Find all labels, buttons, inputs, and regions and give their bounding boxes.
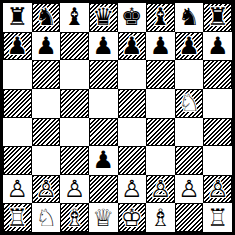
- rook-icon: ♜: [7, 5, 29, 29]
- square-b4[interactable]: [32, 118, 61, 147]
- square-d4[interactable]: [89, 118, 118, 147]
- pawn-icon: ♙: [207, 177, 229, 201]
- piece-white-pawn[interactable]: ♙♙: [118, 175, 147, 204]
- square-f7[interactable]: ♟: [146, 32, 175, 61]
- queen-icon: ♕: [92, 206, 114, 230]
- piece-white-pawn[interactable]: ♙♙: [33, 176, 60, 203]
- piece-white-knight[interactable]: ♞♘: [176, 90, 203, 117]
- square-c3[interactable]: [60, 146, 89, 175]
- pawn-icon: ♙: [7, 177, 29, 201]
- square-e7[interactable]: ♟: [118, 32, 147, 61]
- square-h8[interactable]: ♜: [203, 3, 232, 32]
- square-a2[interactable]: ♙♙: [3, 175, 32, 204]
- square-h3[interactable]: [203, 146, 232, 175]
- piece-black-pawn[interactable]: ♟: [89, 32, 118, 61]
- square-b7[interactable]: ♟: [32, 32, 61, 61]
- bishop-icon: ♗: [150, 206, 172, 230]
- pawn-icon: ♙: [35, 177, 57, 201]
- square-h2[interactable]: ♙♙: [203, 175, 232, 204]
- square-b6[interactable]: [32, 60, 61, 89]
- square-c6[interactable]: [60, 60, 89, 89]
- square-a4[interactable]: [3, 118, 32, 147]
- chess-board-frame: ♜♞♝♛♚♝♞♜♟♟♟♟♟♟♟♞♘♟♙♙♙♙♙♙♙♙♙♙♙♙♙♙♜♖♞♘♝♗♛♕…: [0, 0, 235, 235]
- square-g8[interactable]: ♞: [175, 3, 204, 32]
- square-a7[interactable]: ♟: [3, 32, 32, 61]
- piece-black-pawn[interactable]: ♟: [89, 146, 118, 175]
- square-g6[interactable]: [175, 60, 204, 89]
- piece-white-pawn[interactable]: ♙♙: [3, 175, 32, 204]
- square-f4[interactable]: [146, 118, 175, 147]
- square-a6[interactable]: [3, 60, 32, 89]
- piece-white-rook[interactable]: ♜♖: [4, 204, 31, 231]
- square-g1[interactable]: [175, 203, 204, 232]
- knight-icon: ♞: [35, 5, 57, 29]
- square-c1[interactable]: ♝♗: [60, 203, 89, 232]
- square-d5[interactable]: [89, 89, 118, 118]
- square-e5[interactable]: [118, 89, 147, 118]
- square-e6[interactable]: [118, 60, 147, 89]
- pawn-icon: ♟: [92, 148, 114, 172]
- square-g4[interactable]: [175, 118, 204, 147]
- square-b2[interactable]: ♙♙: [32, 175, 61, 204]
- square-b3[interactable]: [32, 146, 61, 175]
- rook-icon: ♜: [207, 5, 229, 29]
- square-a5[interactable]: [3, 89, 32, 118]
- rook-icon: ♖: [207, 206, 229, 230]
- piece-black-knight[interactable]: ♞: [175, 3, 204, 32]
- square-c4[interactable]: [60, 118, 89, 147]
- piece-white-rook[interactable]: ♜♖: [203, 203, 232, 232]
- pawn-icon: ♟: [150, 34, 172, 58]
- piece-white-knight[interactable]: ♞♘: [32, 203, 61, 232]
- king-icon: ♚: [121, 5, 143, 29]
- square-g5[interactable]: ♞♘: [175, 89, 204, 118]
- square-g7[interactable]: ♟: [175, 32, 204, 61]
- square-h7[interactable]: ♟: [203, 32, 232, 61]
- piece-white-pawn[interactable]: ♙♙: [60, 175, 89, 204]
- square-e3[interactable]: [118, 146, 147, 175]
- rook-icon: ♖: [7, 206, 29, 230]
- piece-black-pawn[interactable]: ♟: [146, 32, 175, 61]
- pawn-icon: ♟: [178, 34, 200, 58]
- piece-black-rook[interactable]: ♜: [204, 4, 231, 31]
- square-d8[interactable]: ♛: [89, 3, 118, 32]
- king-icon: ♔: [121, 206, 143, 230]
- bishop-icon: ♝: [64, 5, 86, 29]
- piece-white-bishop[interactable]: ♝♗: [61, 204, 88, 231]
- bishop-icon: ♝: [150, 5, 172, 29]
- square-f3[interactable]: [146, 146, 175, 175]
- piece-white-pawn[interactable]: ♙♙: [147, 176, 174, 203]
- square-e8[interactable]: ♚: [118, 3, 147, 32]
- square-b1[interactable]: ♞♘: [32, 203, 61, 232]
- piece-white-queen[interactable]: ♛♕: [89, 203, 118, 232]
- square-d6[interactable]: [89, 60, 118, 89]
- square-d7[interactable]: ♟: [89, 32, 118, 61]
- piece-white-bishop[interactable]: ♝♗: [146, 203, 175, 232]
- square-h6[interactable]: [203, 60, 232, 89]
- square-f6[interactable]: [146, 60, 175, 89]
- square-c8[interactable]: ♝: [60, 3, 89, 32]
- piece-white-pawn[interactable]: ♙♙: [175, 175, 204, 204]
- knight-icon: ♘: [178, 91, 200, 115]
- square-c2[interactable]: ♙♙: [60, 175, 89, 204]
- square-b5[interactable]: [32, 89, 61, 118]
- square-h5[interactable]: [203, 89, 232, 118]
- pawn-icon: ♟: [121, 34, 143, 58]
- piece-black-pawn[interactable]: ♟: [203, 32, 232, 61]
- square-g2[interactable]: ♙♙: [175, 175, 204, 204]
- square-c5[interactable]: [60, 89, 89, 118]
- knight-icon: ♘: [35, 206, 57, 230]
- piece-black-knight[interactable]: ♞: [33, 4, 60, 31]
- square-f1[interactable]: ♝♗: [146, 203, 175, 232]
- pawn-icon: ♟: [35, 34, 57, 58]
- pawn-icon: ♟: [207, 34, 229, 58]
- bishop-icon: ♗: [64, 206, 86, 230]
- pawn-icon: ♟: [7, 34, 29, 58]
- pawn-icon: ♙: [178, 177, 200, 201]
- piece-white-king[interactable]: ♚♔: [119, 204, 146, 231]
- piece-black-pawn[interactable]: ♟: [176, 33, 203, 60]
- square-f8[interactable]: ♝: [146, 3, 175, 32]
- square-a1[interactable]: ♜♖: [3, 203, 32, 232]
- square-b8[interactable]: ♞: [32, 3, 61, 32]
- piece-black-pawn[interactable]: ♟: [4, 33, 31, 60]
- square-c7[interactable]: [60, 32, 89, 61]
- square-e1[interactable]: ♚♔: [118, 203, 147, 232]
- piece-black-pawn[interactable]: ♟: [119, 33, 146, 60]
- piece-black-bishop[interactable]: ♝: [60, 3, 89, 32]
- square-d3[interactable]: ♟: [89, 146, 118, 175]
- knight-icon: ♞: [178, 5, 200, 29]
- square-f2[interactable]: ♙♙: [146, 175, 175, 204]
- square-f5[interactable]: [146, 89, 175, 118]
- pawn-icon: ♙: [121, 177, 143, 201]
- square-h4[interactable]: [203, 118, 232, 147]
- square-a3[interactable]: [3, 146, 32, 175]
- piece-white-pawn[interactable]: ♙♙: [204, 176, 231, 203]
- pawn-icon: ♙: [150, 177, 172, 201]
- pawn-icon: ♙: [64, 177, 86, 201]
- square-e4[interactable]: [118, 118, 147, 147]
- square-e2[interactable]: ♙♙: [118, 175, 147, 204]
- square-d2[interactable]: [89, 175, 118, 204]
- square-d1[interactable]: ♛♕: [89, 203, 118, 232]
- piece-black-pawn[interactable]: ♟: [32, 32, 61, 61]
- piece-black-queen[interactable]: ♛: [90, 4, 117, 31]
- pawn-icon: ♟: [92, 34, 114, 58]
- square-g3[interactable]: [175, 146, 204, 175]
- piece-black-king[interactable]: ♚: [118, 3, 147, 32]
- square-a8[interactable]: ♜: [3, 3, 32, 32]
- piece-black-bishop[interactable]: ♝: [147, 4, 174, 31]
- queen-icon: ♛: [92, 5, 114, 29]
- piece-black-rook[interactable]: ♜: [3, 3, 32, 32]
- chess-board: ♜♞♝♛♚♝♞♜♟♟♟♟♟♟♟♞♘♟♙♙♙♙♙♙♙♙♙♙♙♙♙♙♜♖♞♘♝♗♛♕…: [3, 3, 232, 232]
- square-h1[interactable]: ♜♖: [203, 203, 232, 232]
